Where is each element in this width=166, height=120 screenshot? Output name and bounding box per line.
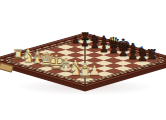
piece-white-pawn: ♟ [70, 59, 81, 72]
piece-black-pawn: ♟ [118, 47, 128, 58]
piece-white-bishop: ♝ [58, 58, 73, 75]
piece-black-pawn: ♟ [109, 45, 119, 56]
piece-black-pawn: ♟ [81, 38, 90, 48]
piece-black-pawn: ♟ [128, 50, 138, 61]
piece-black-bishop: ♝ [98, 35, 109, 48]
piece-black-pawn: ♟ [99, 43, 108, 53]
piece-white-pawn: ♟ [32, 50, 42, 61]
piece-white-pawn: ♟ [23, 47, 33, 58]
piece-black-pawn: ♟ [90, 40, 99, 50]
piece-black-knight: ♞ [89, 34, 99, 46]
piece-white-pawn: ♟ [79, 62, 91, 75]
piece-black-rook: ♜ [80, 32, 90, 43]
piece-white-pawn: ♟ [51, 55, 62, 67]
piece-black-bishop: ♝ [126, 42, 138, 56]
piece-black-pawn: ♟ [137, 52, 147, 64]
piece-white-pawn: ♟ [89, 64, 101, 77]
piece-black-rook: ♜ [146, 48, 158, 61]
piece-black-knight: ♞ [136, 45, 148, 58]
piece-black-queen: ♛ [107, 36, 121, 51]
piece-black-pawn: ♟ [71, 35, 80, 45]
pieces-layer: ♜♞♝♛♚♝♞♜♟♟♟♟♟♟♟♟♟♟♟♟♟♟♟♟♜♞♝♛♚♝♞♜ [0, 0, 166, 120]
piece-white-knight: ♞ [68, 62, 82, 78]
piece-white-knight: ♞ [22, 50, 35, 64]
piece-white-king: ♚ [47, 52, 65, 72]
piece-white-rook: ♜ [78, 65, 92, 81]
piece-black-king: ♚ [115, 37, 130, 54]
piece-white-queen: ♛ [39, 51, 56, 69]
piece-white-rook: ♜ [12, 48, 24, 61]
piece-white-pawn: ♟ [60, 57, 71, 69]
piece-white-pawn: ♟ [42, 52, 52, 64]
chess-set-photo: ♜♞♝♛♚♝♞♜♟♟♟♟♟♟♟♟♟♟♟♟♟♟♟♟♜♞♝♛♚♝♞♜ [0, 0, 166, 120]
piece-white-bishop: ♝ [30, 51, 44, 66]
